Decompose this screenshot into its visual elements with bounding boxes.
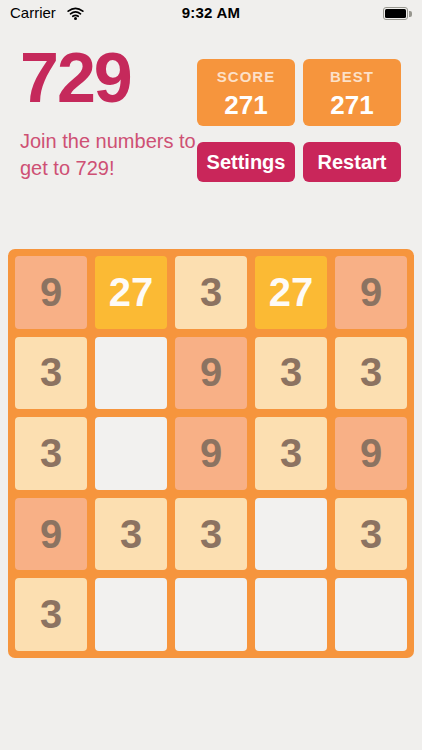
tile-r4c5: 3 <box>335 498 407 571</box>
status-time: 9:32 AM <box>0 4 422 21</box>
status-bar: Carrier 9:32 AM <box>0 0 422 26</box>
best-box: BEST 271 <box>303 59 401 126</box>
restart-button[interactable]: Restart <box>303 142 401 182</box>
tile-r2c5: 3 <box>335 337 407 410</box>
empty-cell-r2c2 <box>95 337 167 410</box>
empty-cell-r3c2 <box>95 417 167 490</box>
tile-r2c3: 9 <box>175 337 247 410</box>
tile-r1c4: 27 <box>255 256 327 329</box>
tile-r1c2: 27 <box>95 256 167 329</box>
page-title: 729 <box>20 40 131 117</box>
empty-cell-r4c4 <box>255 498 327 571</box>
score-value: 271 <box>197 90 295 121</box>
tile-r3c3: 9 <box>175 417 247 490</box>
tile-r3c4: 3 <box>255 417 327 490</box>
tile-r2c4: 3 <box>255 337 327 410</box>
best-value: 271 <box>303 90 401 121</box>
score-label: SCORE <box>197 68 295 85</box>
settings-button[interactable]: Settings <box>197 142 295 182</box>
empty-cell-r5c2 <box>95 578 167 651</box>
score-box: SCORE 271 <box>197 59 295 126</box>
tile-r5c1: 3 <box>15 578 87 651</box>
tile-r2c1: 3 <box>15 337 87 410</box>
empty-cell-r5c3 <box>175 578 247 651</box>
subtitle: Join the numbers to get to 729! <box>20 128 220 182</box>
tile-r1c1: 9 <box>15 256 87 329</box>
tile-r3c5: 9 <box>335 417 407 490</box>
tile-r1c3: 3 <box>175 256 247 329</box>
battery-icon <box>383 7 408 20</box>
tile-r4c1: 9 <box>15 498 87 571</box>
empty-cell-r5c4 <box>255 578 327 651</box>
tile-r1c5: 9 <box>335 256 407 329</box>
tile-r3c1: 3 <box>15 417 87 490</box>
tile-r4c3: 3 <box>175 498 247 571</box>
game-board[interactable]: 92732793933393993333 <box>8 249 414 658</box>
empty-cell-r5c5 <box>335 578 407 651</box>
best-label: BEST <box>303 68 401 85</box>
tile-r4c2: 3 <box>95 498 167 571</box>
